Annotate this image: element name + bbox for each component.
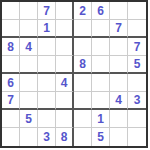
cell-r4c8[interactable]: 5 [128,56,146,74]
cell-r4c3[interactable] [38,56,56,74]
cell-r5c5[interactable] [74,74,92,92]
given-digit: 3 [134,94,141,106]
cell-r3c8[interactable]: 7 [128,38,146,56]
given-digit: 5 [25,113,32,125]
cell-r6c8[interactable]: 3 [128,92,146,110]
cell-r5c6[interactable] [92,74,110,92]
cell-r2c8[interactable] [128,20,146,38]
cell-r2c3[interactable]: 1 [38,20,56,38]
cell-r2c1[interactable] [2,20,20,38]
cell-r7c8[interactable] [128,110,146,128]
cell-r1c6[interactable]: 6 [92,2,110,20]
given-digit: 4 [115,94,122,106]
cell-r2c6[interactable] [92,20,110,38]
cell-r4c4[interactable] [56,56,74,74]
cell-r5c3[interactable] [38,74,56,92]
given-digit: 2 [79,5,86,17]
given-digit: 8 [7,41,14,53]
cell-r1c4[interactable] [56,2,74,20]
cell-r7c3[interactable] [38,110,56,128]
cell-r1c2[interactable] [20,2,38,20]
cell-r2c7[interactable]: 7 [110,20,128,38]
cell-r8c4[interactable]: 8 [56,128,74,146]
cell-r5c7[interactable] [110,74,128,92]
given-digit: 4 [25,41,32,53]
cell-r3c7[interactable] [110,38,128,56]
cell-r5c1[interactable]: 6 [2,74,20,92]
cell-r8c5[interactable] [74,128,92,146]
given-digit: 5 [134,58,141,70]
given-digit: 4 [61,77,68,89]
cell-r8c6[interactable]: 5 [92,128,110,146]
cell-r6c6[interactable] [92,92,110,110]
given-digit: 6 [97,5,104,17]
cell-r8c7[interactable] [110,128,128,146]
given-digit: 7 [7,94,14,106]
cell-r7c1[interactable] [2,110,20,128]
given-digit: 6 [7,77,14,89]
cell-r8c8[interactable] [128,128,146,146]
cell-r7c7[interactable] [110,110,128,128]
cell-r3c2[interactable]: 4 [20,38,38,56]
cell-r4c2[interactable] [20,56,38,74]
cell-r7c6[interactable]: 1 [92,110,110,128]
cell-r6c3[interactable] [38,92,56,110]
given-digit: 1 [43,22,50,34]
cell-r1c7[interactable] [110,2,128,20]
cell-r7c4[interactable] [56,110,74,128]
cell-r7c5[interactable] [74,110,92,128]
cell-r4c6[interactable] [92,56,110,74]
cell-r6c2[interactable] [20,92,38,110]
given-digit: 3 [43,131,50,143]
given-digit: 7 [134,41,141,53]
cell-r6c1[interactable]: 7 [2,92,20,110]
given-digit: 7 [43,5,50,17]
cell-r7c2[interactable]: 5 [20,110,38,128]
cell-r2c5[interactable] [74,20,92,38]
cell-r5c4[interactable]: 4 [56,74,74,92]
cell-r3c4[interactable] [56,38,74,56]
cell-r3c3[interactable] [38,38,56,56]
cell-r6c5[interactable] [74,92,92,110]
given-digit: 1 [97,113,104,125]
given-digit: 8 [79,58,86,70]
cell-r6c4[interactable] [56,92,74,110]
cell-r8c2[interactable] [20,128,38,146]
cell-r3c6[interactable] [92,38,110,56]
cell-r1c1[interactable] [2,2,20,20]
cell-r4c1[interactable] [2,56,20,74]
cell-r5c2[interactable] [20,74,38,92]
cell-r6c7[interactable]: 4 [110,92,128,110]
cell-r3c1[interactable]: 8 [2,38,20,56]
cell-r8c3[interactable]: 3 [38,128,56,146]
cell-r3c5[interactable] [74,38,92,56]
given-digit: 7 [115,22,122,34]
given-digit: 5 [97,131,104,143]
cell-r2c2[interactable] [20,20,38,38]
given-digit: 8 [61,131,68,143]
cell-r1c8[interactable] [128,2,146,20]
sudoku-board: 72617847856474351385 [0,0,148,148]
cell-r5c8[interactable] [128,74,146,92]
cell-r8c1[interactable] [2,128,20,146]
cell-r2c4[interactable] [56,20,74,38]
cell-r4c7[interactable] [110,56,128,74]
cell-r1c5[interactable]: 2 [74,2,92,20]
cell-r4c5[interactable]: 8 [74,56,92,74]
cell-r1c3[interactable]: 7 [38,2,56,20]
